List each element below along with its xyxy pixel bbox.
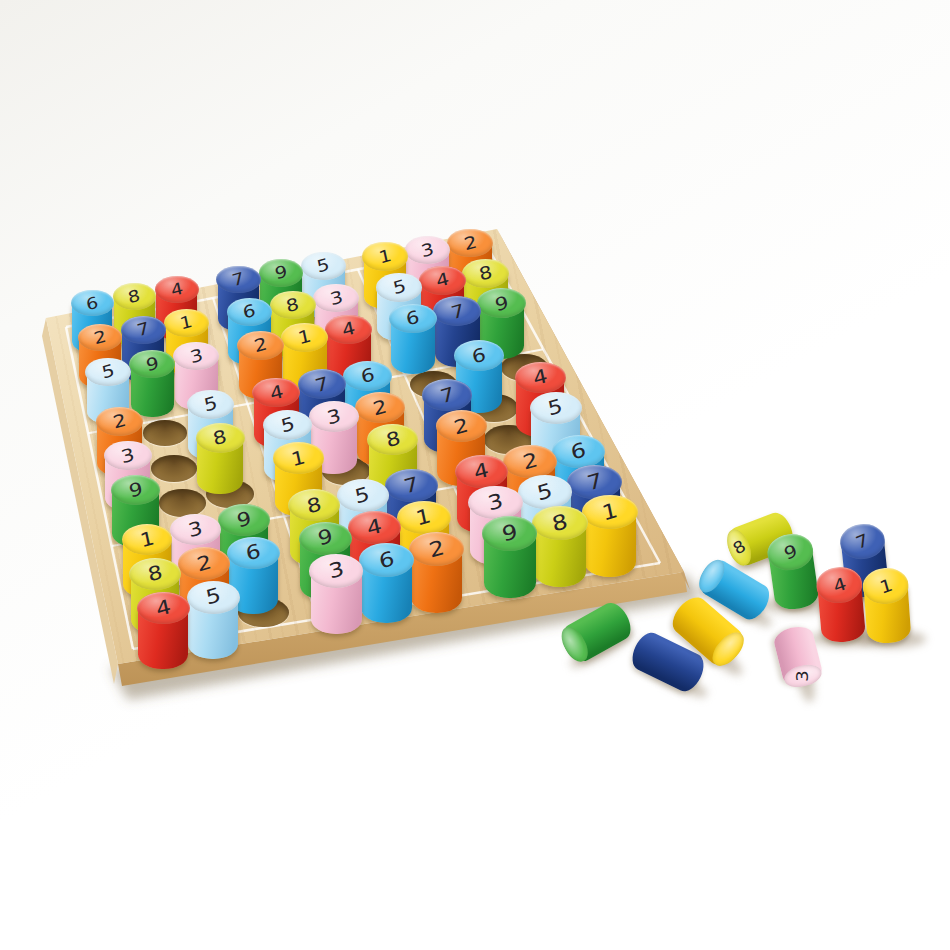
peg-number: 1 bbox=[877, 576, 894, 597]
product-photo-scene: 6847951322716835485932146792547663853274… bbox=[0, 0, 950, 950]
loose-peg-1[interactable]: 1 bbox=[861, 567, 912, 645]
peg-number: 7 bbox=[854, 532, 871, 553]
peg-number: 8 bbox=[730, 538, 748, 558]
loose-pegs-area: 897413 bbox=[0, 0, 950, 950]
loose-peg-9[interactable]: 9 bbox=[765, 531, 821, 612]
peg-number: 9 bbox=[781, 542, 799, 563]
loose-peg-4[interactable]: 4 bbox=[815, 565, 867, 644]
peg-number: 3 bbox=[795, 670, 811, 681]
peg-number: 4 bbox=[831, 575, 848, 596]
